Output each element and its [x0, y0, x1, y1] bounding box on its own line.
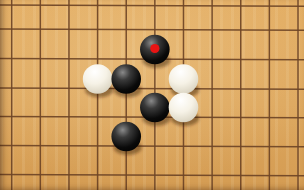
white-stone[interactable]	[169, 64, 199, 97]
grid-horizontal-line	[0, 29, 304, 30]
white-stone[interactable]	[83, 64, 113, 97]
grid-horizontal-line	[0, 88, 304, 89]
screenshot-stage	[0, 0, 304, 190]
go-board[interactable]	[0, 0, 304, 190]
grid-horizontal-line	[0, 146, 304, 147]
black-stone-body	[111, 122, 141, 152]
black-stone-body	[111, 64, 141, 94]
black-stone[interactable]	[140, 93, 170, 126]
go-board-canvas[interactable]	[0, 0, 304, 190]
black-stone[interactable]	[111, 64, 141, 97]
black-stone-body	[140, 93, 170, 123]
black-stone-last-move[interactable]	[140, 35, 170, 68]
last-move-marker	[150, 44, 159, 53]
white-stone-body	[83, 64, 113, 94]
black-stone[interactable]	[111, 122, 141, 155]
white-stone-body	[169, 64, 199, 94]
stones-layer	[83, 35, 199, 155]
white-stone-body	[169, 93, 199, 123]
grid-horizontal-line	[0, 175, 304, 176]
white-stone[interactable]	[169, 93, 199, 126]
grid-horizontal-line	[0, 5, 304, 6]
